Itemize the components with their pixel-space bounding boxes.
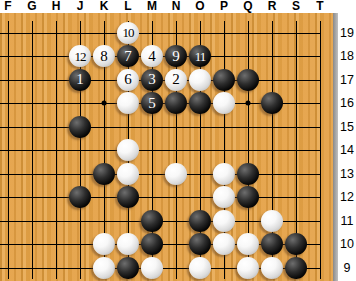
point-F10[interactable] [0, 232, 20, 256]
point-J14[interactable] [68, 138, 92, 162]
point-N11[interactable] [164, 209, 188, 233]
point-H17[interactable] [44, 68, 68, 92]
point-J15[interactable] [68, 115, 92, 139]
point-S14[interactable] [284, 138, 308, 162]
point-L19[interactable]: 10 [116, 21, 140, 45]
black-stone-J17: 1 [69, 69, 91, 91]
point-P14[interactable] [212, 138, 236, 162]
point-S19[interactable] [284, 21, 308, 45]
point-T14[interactable] [308, 138, 332, 162]
point-P10[interactable] [212, 232, 236, 256]
point-Q18[interactable] [236, 44, 260, 68]
black-stone-O16 [189, 92, 211, 114]
black-stone-M16: 5 [141, 92, 163, 114]
black-stone-M10 [141, 233, 163, 255]
point-Q19[interactable] [236, 21, 260, 45]
point-R19[interactable] [260, 21, 284, 45]
point-F16[interactable] [0, 91, 20, 115]
column-label-T: T [316, 0, 323, 13]
point-M10[interactable] [140, 232, 164, 256]
point-K9[interactable] [92, 256, 116, 280]
point-H12[interactable] [44, 185, 68, 209]
point-T17[interactable] [308, 68, 332, 92]
point-M13[interactable] [140, 162, 164, 186]
point-G13[interactable] [20, 162, 44, 186]
point-M15[interactable] [140, 115, 164, 139]
column-label-R: R [268, 0, 277, 13]
row-label-18: 18 [338, 50, 356, 63]
point-G12[interactable] [20, 185, 44, 209]
point-H18[interactable] [44, 44, 68, 68]
point-N19[interactable] [164, 21, 188, 45]
point-J19[interactable] [68, 21, 92, 45]
point-G17[interactable] [20, 68, 44, 92]
column-label-N: N [172, 0, 181, 13]
move-number: 10 [123, 26, 134, 39]
point-N9[interactable] [164, 256, 188, 280]
point-O18[interactable]: 11 [188, 44, 212, 68]
column-label-H: H [52, 0, 61, 13]
white-stone-L19: 10 [117, 22, 139, 44]
point-T10[interactable] [308, 232, 332, 256]
point-F18[interactable] [0, 44, 20, 68]
row-label-14: 14 [338, 144, 356, 157]
point-O13[interactable] [188, 162, 212, 186]
black-stone-N18: 9 [165, 45, 187, 67]
black-stone-M17: 3 [141, 69, 163, 91]
point-T19[interactable] [308, 21, 332, 45]
point-J10[interactable] [68, 232, 92, 256]
point-T18[interactable] [308, 44, 332, 68]
point-K19[interactable] [92, 21, 116, 45]
point-H9[interactable] [44, 256, 68, 280]
white-stone-J18: 12 [69, 45, 91, 67]
row-label-9: 9 [338, 261, 356, 274]
white-stone-K9 [93, 257, 115, 279]
point-G15[interactable] [20, 115, 44, 139]
point-K16[interactable] [92, 91, 116, 115]
point-H13[interactable] [44, 162, 68, 186]
move-number: 11 [195, 50, 206, 63]
move-number: 7 [124, 49, 132, 64]
white-stone-P16 [213, 92, 235, 114]
move-number: 5 [148, 96, 156, 111]
point-Q10[interactable] [236, 232, 260, 256]
point-R15[interactable] [260, 115, 284, 139]
white-stone-Q9 [237, 257, 259, 279]
point-S11[interactable] [284, 209, 308, 233]
white-stone-R9 [261, 257, 283, 279]
row-label-19: 19 [338, 26, 356, 39]
row-label-10: 10 [338, 238, 356, 251]
point-H14[interactable] [44, 138, 68, 162]
point-Q14[interactable] [236, 138, 260, 162]
point-G19[interactable] [20, 21, 44, 45]
point-L11[interactable] [116, 209, 140, 233]
point-K10[interactable] [92, 232, 116, 256]
point-O15[interactable] [188, 115, 212, 139]
white-stone-Q10 [237, 233, 259, 255]
star-point-Q16 [246, 101, 251, 106]
point-K11[interactable] [92, 209, 116, 233]
point-P12[interactable] [212, 185, 236, 209]
point-M12[interactable] [140, 185, 164, 209]
point-P19[interactable] [212, 21, 236, 45]
column-label-O: O [195, 0, 204, 13]
point-M14[interactable] [140, 138, 164, 162]
row-labels: 191817161514131211109 [338, 13, 356, 281]
white-stone-L14 [117, 139, 139, 161]
go-board: 101287491116325 [0, 21, 332, 280]
row-label-17: 17 [338, 73, 356, 86]
point-N13[interactable] [164, 162, 188, 186]
move-number: 4 [148, 49, 156, 64]
white-stone-K10 [93, 233, 115, 255]
black-stone-O18: 11 [189, 45, 211, 67]
black-stone-P17 [213, 69, 235, 91]
black-stone-Q17 [237, 69, 259, 91]
black-stone-Q13 [237, 163, 259, 185]
black-stone-L18: 7 [117, 45, 139, 67]
black-stone-K13 [93, 163, 115, 185]
point-O11[interactable] [188, 209, 212, 233]
point-R9[interactable] [260, 256, 284, 280]
point-Q17[interactable] [236, 68, 260, 92]
point-J18[interactable]: 12 [68, 44, 92, 68]
white-stone-P12 [213, 186, 235, 208]
point-R18[interactable] [260, 44, 284, 68]
point-S9[interactable] [284, 256, 308, 280]
white-stone-P13 [213, 163, 235, 185]
point-M17[interactable]: 3 [140, 68, 164, 92]
black-stone-L9 [117, 257, 139, 279]
point-G16[interactable] [20, 91, 44, 115]
white-stone-R11 [261, 210, 283, 232]
point-R10[interactable] [260, 232, 284, 256]
point-P9[interactable] [212, 256, 236, 280]
point-H15[interactable] [44, 115, 68, 139]
point-F11[interactable] [0, 209, 20, 233]
white-stone-N17: 2 [165, 69, 187, 91]
point-G9[interactable] [20, 256, 44, 280]
point-H19[interactable] [44, 21, 68, 45]
point-N16[interactable] [164, 91, 188, 115]
point-F14[interactable] [0, 138, 20, 162]
black-stone-S10 [285, 233, 307, 255]
point-M16[interactable]: 5 [140, 91, 164, 115]
point-L16[interactable] [116, 91, 140, 115]
point-R14[interactable] [260, 138, 284, 162]
row-label-13: 13 [338, 167, 356, 180]
point-S12[interactable] [284, 185, 308, 209]
point-T13[interactable] [308, 162, 332, 186]
row-label-15: 15 [338, 120, 356, 133]
move-number: 12 [75, 50, 86, 63]
white-stone-O17 [189, 69, 211, 91]
point-N14[interactable] [164, 138, 188, 162]
point-S17[interactable] [284, 68, 308, 92]
column-label-L: L [124, 0, 131, 13]
point-J12[interactable] [68, 185, 92, 209]
point-P17[interactable] [212, 68, 236, 92]
point-H16[interactable] [44, 91, 68, 115]
white-stone-O9 [189, 257, 211, 279]
point-K13[interactable] [92, 162, 116, 186]
point-G14[interactable] [20, 138, 44, 162]
point-J16[interactable] [68, 91, 92, 115]
point-R16[interactable] [260, 91, 284, 115]
white-stone-N13 [165, 163, 187, 185]
move-number: 3 [148, 72, 156, 87]
column-label-F: F [4, 0, 11, 13]
point-S10[interactable] [284, 232, 308, 256]
point-R11[interactable] [260, 209, 284, 233]
point-J13[interactable] [68, 162, 92, 186]
column-labels: FGHJKLMNOPQRST [0, 0, 356, 13]
point-P16[interactable] [212, 91, 236, 115]
point-O10[interactable] [188, 232, 212, 256]
point-T9[interactable] [308, 256, 332, 280]
point-P11[interactable] [212, 209, 236, 233]
point-F13[interactable] [0, 162, 20, 186]
point-S16[interactable] [284, 91, 308, 115]
point-L9[interactable] [116, 256, 140, 280]
point-L15[interactable] [116, 115, 140, 139]
white-stone-L17: 6 [117, 69, 139, 91]
black-stone-J15 [69, 116, 91, 138]
move-number: 1 [76, 72, 84, 87]
point-S13[interactable] [284, 162, 308, 186]
black-stone-R10 [261, 233, 283, 255]
column-label-G: G [27, 0, 36, 13]
point-H10[interactable] [44, 232, 68, 256]
black-stone-J12 [69, 186, 91, 208]
point-Q9[interactable] [236, 256, 260, 280]
column-label-M: M [147, 0, 157, 13]
point-L17[interactable]: 6 [116, 68, 140, 92]
point-O16[interactable] [188, 91, 212, 115]
point-R17[interactable] [260, 68, 284, 92]
point-O17[interactable] [188, 68, 212, 92]
point-G10[interactable] [20, 232, 44, 256]
column-label-J: J [77, 0, 84, 13]
black-stone-S9 [285, 257, 307, 279]
point-M18[interactable]: 4 [140, 44, 164, 68]
point-S15[interactable] [284, 115, 308, 139]
point-O14[interactable] [188, 138, 212, 162]
point-P18[interactable] [212, 44, 236, 68]
point-N10[interactable] [164, 232, 188, 256]
point-F15[interactable] [0, 115, 20, 139]
point-T16[interactable] [308, 91, 332, 115]
point-N15[interactable] [164, 115, 188, 139]
move-number: 9 [172, 49, 180, 64]
move-number: 6 [124, 72, 132, 87]
white-stone-K18: 8 [93, 45, 115, 67]
star-point-K16 [102, 101, 107, 106]
white-stone-P11 [213, 210, 235, 232]
point-K14[interactable] [92, 138, 116, 162]
point-J9[interactable] [68, 256, 92, 280]
white-stone-L10 [117, 233, 139, 255]
point-S18[interactable] [284, 44, 308, 68]
point-T15[interactable] [308, 115, 332, 139]
white-stone-M9 [141, 257, 163, 279]
point-K12[interactable] [92, 185, 116, 209]
point-H11[interactable] [44, 209, 68, 233]
point-T11[interactable] [308, 209, 332, 233]
column-label-K: K [100, 0, 109, 13]
black-stone-O10 [189, 233, 211, 255]
column-label-S: S [292, 0, 300, 13]
white-stone-P10 [213, 233, 235, 255]
row-label-12: 12 [338, 191, 356, 204]
point-O19[interactable] [188, 21, 212, 45]
white-stone-L16 [117, 92, 139, 114]
point-N17[interactable]: 2 [164, 68, 188, 92]
white-stone-M18: 4 [141, 45, 163, 67]
point-P13[interactable] [212, 162, 236, 186]
point-M19[interactable] [140, 21, 164, 45]
point-L14[interactable] [116, 138, 140, 162]
point-L13[interactable] [116, 162, 140, 186]
point-Q12[interactable] [236, 185, 260, 209]
black-stone-Q12 [237, 186, 259, 208]
point-M11[interactable] [140, 209, 164, 233]
point-T12[interactable] [308, 185, 332, 209]
black-stone-M11 [141, 210, 163, 232]
point-R12[interactable] [260, 185, 284, 209]
point-K15[interactable] [92, 115, 116, 139]
point-O9[interactable] [188, 256, 212, 280]
point-R13[interactable] [260, 162, 284, 186]
point-G11[interactable] [20, 209, 44, 233]
point-F17[interactable] [0, 68, 20, 92]
point-L12[interactable] [116, 185, 140, 209]
point-J17[interactable]: 1 [68, 68, 92, 92]
point-O12[interactable] [188, 185, 212, 209]
point-Q13[interactable] [236, 162, 260, 186]
point-Q16[interactable] [236, 91, 260, 115]
point-L10[interactable] [116, 232, 140, 256]
point-F9[interactable] [0, 256, 20, 280]
point-L18[interactable]: 7 [116, 44, 140, 68]
column-label-Q: Q [243, 0, 252, 13]
point-P15[interactable] [212, 115, 236, 139]
black-stone-N16 [165, 92, 187, 114]
move-number: 8 [100, 49, 108, 64]
black-stone-O11 [189, 210, 211, 232]
point-N12[interactable] [164, 185, 188, 209]
white-stone-L13 [117, 163, 139, 185]
column-label-P: P [220, 0, 228, 13]
point-Q11[interactable] [236, 209, 260, 233]
point-F12[interactable] [0, 185, 20, 209]
point-F19[interactable] [0, 21, 20, 45]
point-K18[interactable]: 8 [92, 44, 116, 68]
row-label-16: 16 [338, 97, 356, 110]
point-M9[interactable] [140, 256, 164, 280]
point-Q15[interactable] [236, 115, 260, 139]
go-board-screen: 101287491116325 FGHJKLMNOPQRST 191817161… [0, 0, 356, 281]
black-stone-R16 [261, 92, 283, 114]
point-J11[interactable] [68, 209, 92, 233]
point-G18[interactable] [20, 44, 44, 68]
move-number: 2 [172, 72, 180, 87]
point-N18[interactable]: 9 [164, 44, 188, 68]
point-K17[interactable] [92, 68, 116, 92]
black-stone-L12 [117, 186, 139, 208]
row-label-11: 11 [338, 214, 356, 227]
